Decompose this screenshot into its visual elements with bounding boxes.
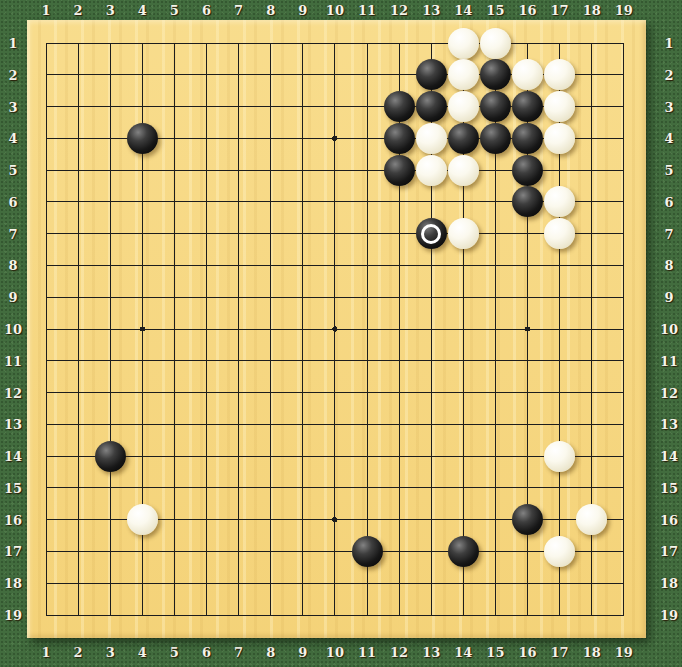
row-label-left-13: 13 — [0, 418, 26, 431]
white-stone-14-3 — [448, 91, 479, 122]
col-label-top-2: 2 — [74, 4, 83, 17]
black-stone-14-17 — [448, 536, 479, 567]
white-stone-17-14 — [544, 441, 575, 472]
col-label-bottom-10: 10 — [326, 646, 344, 659]
col-label-top-16: 16 — [518, 4, 536, 17]
row-label-left-11: 11 — [0, 354, 26, 367]
row-label-left-7: 7 — [0, 227, 26, 240]
col-label-bottom-3: 3 — [106, 646, 115, 659]
row-label-left-12: 12 — [0, 386, 26, 399]
col-label-bottom-16: 16 — [518, 646, 536, 659]
row-label-left-9: 9 — [0, 291, 26, 304]
row-label-left-2: 2 — [0, 68, 26, 81]
col-label-bottom-1: 1 — [41, 646, 50, 659]
row-label-left-8: 8 — [0, 259, 26, 272]
black-stone-13-7 — [416, 218, 447, 249]
col-label-top-5: 5 — [170, 4, 179, 17]
star-point — [332, 517, 337, 522]
white-stone-14-5 — [448, 155, 479, 186]
row-label-left-4: 4 — [0, 132, 26, 145]
go-board[interactable] — [27, 20, 646, 638]
row-label-left-15: 15 — [0, 481, 26, 494]
col-label-bottom-19: 19 — [615, 646, 633, 659]
row-label-left-10: 10 — [0, 323, 26, 336]
col-label-bottom-7: 7 — [234, 646, 243, 659]
black-stone-15-4 — [480, 123, 511, 154]
col-label-top-19: 19 — [615, 4, 633, 17]
row-label-right-19: 19 — [656, 609, 682, 622]
col-label-top-3: 3 — [106, 4, 115, 17]
black-stone-16-16 — [512, 504, 543, 535]
col-label-top-15: 15 — [486, 4, 504, 17]
white-stone-14-7 — [448, 218, 479, 249]
col-label-top-14: 14 — [454, 4, 472, 17]
go-game-screen: 12345678910111213141516171819 1234567891… — [0, 0, 682, 667]
black-stone-15-2 — [480, 59, 511, 90]
col-label-bottom-5: 5 — [170, 646, 179, 659]
row-label-right-5: 5 — [656, 164, 682, 177]
col-label-bottom-12: 12 — [390, 646, 408, 659]
white-stone-14-2 — [448, 59, 479, 90]
row-label-right-4: 4 — [656, 132, 682, 145]
row-label-right-15: 15 — [656, 481, 682, 494]
row-label-left-3: 3 — [0, 100, 26, 113]
col-label-top-11: 11 — [358, 4, 376, 17]
row-label-left-16: 16 — [0, 513, 26, 526]
row-label-right-12: 12 — [656, 386, 682, 399]
row-label-right-13: 13 — [656, 418, 682, 431]
white-stone-14-1 — [448, 28, 479, 59]
col-label-top-12: 12 — [390, 4, 408, 17]
black-stone-14-4 — [448, 123, 479, 154]
col-label-top-8: 8 — [266, 4, 275, 17]
col-label-top-13: 13 — [422, 4, 440, 17]
white-stone-17-17 — [544, 536, 575, 567]
col-label-bottom-9: 9 — [298, 646, 307, 659]
row-label-right-18: 18 — [656, 577, 682, 590]
row-label-right-8: 8 — [656, 259, 682, 272]
star-point — [332, 136, 337, 141]
black-stone-15-3 — [480, 91, 511, 122]
black-stone-13-3 — [416, 91, 447, 122]
black-stone-16-3 — [512, 91, 543, 122]
row-label-left-17: 17 — [0, 545, 26, 558]
col-label-top-17: 17 — [551, 4, 569, 17]
star-point — [332, 326, 337, 331]
row-label-left-6: 6 — [0, 195, 26, 208]
black-stone-12-5 — [384, 155, 415, 186]
black-stone-13-2 — [416, 59, 447, 90]
black-stone-12-3 — [384, 91, 415, 122]
white-stone-4-16 — [127, 504, 158, 535]
row-label-right-11: 11 — [656, 354, 682, 367]
col-label-top-1: 1 — [41, 4, 50, 17]
row-label-right-14: 14 — [656, 450, 682, 463]
row-label-right-7: 7 — [656, 227, 682, 240]
black-stone-12-4 — [384, 123, 415, 154]
row-label-left-14: 14 — [0, 450, 26, 463]
black-stone-16-4 — [512, 123, 543, 154]
white-stone-15-1 — [480, 28, 511, 59]
col-label-bottom-15: 15 — [486, 646, 504, 659]
col-label-top-18: 18 — [583, 4, 601, 17]
col-label-bottom-6: 6 — [202, 646, 211, 659]
white-stone-17-4 — [544, 123, 575, 154]
col-label-top-7: 7 — [234, 4, 243, 17]
col-label-bottom-4: 4 — [138, 646, 147, 659]
col-label-bottom-11: 11 — [358, 646, 376, 659]
col-label-top-9: 9 — [298, 4, 307, 17]
last-move-marker — [421, 224, 441, 244]
col-label-bottom-18: 18 — [583, 646, 601, 659]
white-stone-13-4 — [416, 123, 447, 154]
row-label-left-1: 1 — [0, 37, 26, 50]
black-stone-16-5 — [512, 155, 543, 186]
row-label-right-10: 10 — [656, 323, 682, 336]
col-label-bottom-13: 13 — [422, 646, 440, 659]
row-label-right-2: 2 — [656, 68, 682, 81]
star-point — [525, 326, 530, 331]
row-label-right-6: 6 — [656, 195, 682, 208]
black-stone-3-14 — [95, 441, 126, 472]
row-label-right-17: 17 — [656, 545, 682, 558]
row-label-right-16: 16 — [656, 513, 682, 526]
row-label-right-1: 1 — [656, 37, 682, 50]
row-label-left-18: 18 — [0, 577, 26, 590]
row-label-left-5: 5 — [0, 164, 26, 177]
star-point — [140, 326, 145, 331]
black-stone-11-17 — [352, 536, 383, 567]
white-stone-17-3 — [544, 91, 575, 122]
row-label-left-19: 19 — [0, 609, 26, 622]
col-label-top-10: 10 — [326, 4, 344, 17]
black-stone-4-4 — [127, 123, 158, 154]
row-label-right-9: 9 — [656, 291, 682, 304]
col-label-bottom-2: 2 — [74, 646, 83, 659]
col-label-top-4: 4 — [138, 4, 147, 17]
row-label-right-3: 3 — [656, 100, 682, 113]
col-label-bottom-8: 8 — [266, 646, 275, 659]
col-label-bottom-14: 14 — [454, 646, 472, 659]
col-label-bottom-17: 17 — [551, 646, 569, 659]
col-label-top-6: 6 — [202, 4, 211, 17]
white-stone-13-5 — [416, 155, 447, 186]
